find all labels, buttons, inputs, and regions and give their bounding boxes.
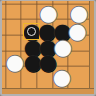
board-edge-right [89, 1, 94, 94]
board-edge-bottom [2, 88, 94, 94]
go-board[interactable]: ●●●●●●●●●●●●● [2, 1, 94, 94]
go-stone-white[interactable]: ● [55, 39, 71, 55]
go-board-screenshot: ●●●●●●●●●●●●● [0, 0, 96, 96]
go-stone-white[interactable]: ● [54, 70, 70, 86]
go-stone-white[interactable]: ● [7, 54, 23, 70]
